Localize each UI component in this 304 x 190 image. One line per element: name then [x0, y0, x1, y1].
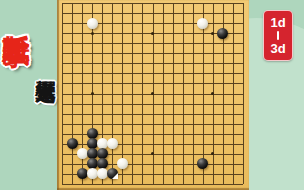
- star-point: [91, 92, 94, 95]
- star-point: [211, 92, 214, 95]
- star-point: [151, 152, 154, 155]
- black-stone: [217, 28, 228, 39]
- grid-line-vertical: [163, 3, 164, 184]
- white-stone: [107, 138, 118, 149]
- title-banner-red: 斩断实战恶手: [0, 13, 34, 19]
- rank-separator-bar: [277, 31, 280, 40]
- black-stone: [197, 158, 208, 169]
- grid-line-vertical: [173, 3, 174, 184]
- grid-line-horizontal: [62, 104, 243, 105]
- star-point: [211, 32, 214, 35]
- black-stone: [77, 168, 88, 179]
- star-point: [151, 92, 154, 95]
- white-stone: [197, 18, 208, 29]
- star-point: [151, 32, 154, 35]
- grid-line-vertical: [243, 3, 244, 184]
- white-stone: [87, 168, 98, 179]
- grid-line-horizontal: [62, 114, 243, 115]
- rank-badge: 1d 3d: [263, 10, 293, 61]
- grid-line-horizontal: [62, 124, 243, 125]
- black-stone-marked: [107, 168, 118, 179]
- white-stone: [77, 148, 88, 159]
- white-stone: [117, 158, 128, 169]
- grid-line-vertical: [193, 3, 194, 184]
- star-point: [91, 32, 94, 35]
- grid-line-horizontal: [62, 184, 243, 185]
- grid-line-vertical: [203, 3, 204, 184]
- rank-bottom-label: 3d: [270, 42, 285, 55]
- star-point: [211, 152, 214, 155]
- white-stone: [87, 18, 98, 29]
- last-move-triangle-marker: [112, 173, 118, 179]
- grid-line-vertical: [233, 3, 234, 184]
- rank-top-label: 1d: [270, 16, 285, 29]
- grid-line-vertical: [183, 3, 184, 184]
- video-thumbnail: 斩断实战恶手 探索棋之正道 1d 3d: [0, 0, 304, 190]
- subtitle-banner-black: 探索棋之正道: [33, 64, 60, 67]
- black-stone: [67, 138, 78, 149]
- go-board: [57, 0, 249, 190]
